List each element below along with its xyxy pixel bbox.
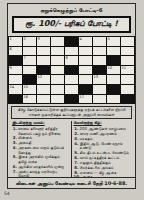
grid-cell: [107, 75, 120, 84]
instruction-box: கீழே கொடுக்கப்பட்டுள்ள குறிப்புகளுக்கு ஏ…: [11, 106, 132, 119]
grid-cell: [37, 56, 50, 65]
clue-number: 7: [24, 56, 26, 60]
down-clue-list: 1.200 ஆண்டுகள் வாழ்பவை2.வைர மணி ஆபரணம்3.…: [74, 127, 132, 177]
black-cell: [107, 85, 120, 94]
grid-cell: 2: [23, 37, 36, 46]
grid-cell: [65, 47, 78, 56]
grid-cell: 10: [107, 66, 120, 75]
black-cell: [93, 66, 106, 75]
grid-cell: [65, 85, 78, 94]
page-number: 54: [4, 191, 10, 196]
clue-number: 5: [108, 37, 110, 41]
grid-cell: [93, 56, 106, 65]
instruction-line-2: எங்கள் முகவரிக்குக் கூப்பனுடன் அனுப்பி வ…: [14, 113, 129, 118]
black-cell: [65, 37, 78, 46]
clue-number: 4: [80, 37, 82, 41]
clue-number: 10: [108, 66, 113, 70]
black-cell: [9, 56, 22, 65]
clue-number: 6: [10, 47, 12, 51]
grid-cell: [79, 56, 92, 65]
black-cell: [37, 66, 50, 75]
across-clues-column: இடமிருந்து வலம்: 1.ஊமை கலைஞர் சரித்திர ச…: [11, 121, 72, 177]
black-cell: [9, 95, 22, 104]
grid-cell: [37, 85, 50, 94]
clue-number: 14: [10, 85, 15, 89]
grid-cell: [93, 47, 106, 56]
clue-item-text: இசை அரங்கில் ஒலிக்கும் தமிழ் ஓசை: [18, 155, 69, 164]
grid-cell: [51, 37, 64, 46]
grid-cell: 14: [9, 85, 22, 94]
grid-cell: [79, 75, 92, 84]
grid-cell: [23, 66, 36, 75]
grid-cell: 8: [65, 56, 78, 65]
black-cell: [121, 95, 134, 104]
grid-cell: [65, 75, 78, 84]
grid-cell: 12: [37, 75, 50, 84]
grid-cell: 9: [9, 66, 22, 75]
grid-cell: 3: [37, 37, 50, 46]
grid-cell: [9, 75, 22, 84]
clue-number: 13: [94, 75, 99, 79]
clue-number: 8: [66, 56, 68, 60]
grid-cell: [51, 75, 64, 84]
clue-number: 1: [10, 37, 12, 41]
grid-cell: [93, 37, 106, 46]
grid-cell: [121, 37, 134, 46]
grid-cell: [107, 95, 120, 104]
grid-cell: 13: [93, 75, 106, 84]
clue-number: 15: [24, 85, 29, 89]
clue-number: 3: [38, 37, 40, 41]
grid-cell: [79, 66, 92, 75]
clue-number: 12: [38, 75, 43, 79]
grid-cell: [51, 95, 64, 104]
grid-cell: [121, 56, 134, 65]
grid-cell: [51, 66, 64, 75]
clue-item: 7.அன்பு கலந்த வரவேற்பு மொழி: [12, 170, 69, 177]
grid-cell: 6: [9, 47, 22, 56]
clue-number: 11: [122, 66, 127, 70]
black-cell: [79, 85, 92, 94]
grid-cell: 7: [23, 56, 36, 65]
puzzle-title: குறுக்கெழுத்துப் போட்டி-6: [8, 4, 135, 14]
clue-item: 5.இசை அரங்கில் ஒலிக்கும் தமிழ் ஓசை: [12, 155, 69, 164]
grid-cell: [51, 85, 64, 94]
grid-cell: [121, 85, 134, 94]
grid-cell: [107, 47, 120, 56]
grid-cell: 4: [79, 37, 92, 46]
clue-number: 16: [24, 95, 29, 99]
grid-cell: [93, 95, 106, 104]
grid-cell: 17: [79, 95, 92, 104]
black-cell: [65, 66, 78, 75]
clue-number: 2: [24, 37, 26, 41]
grid-cell: 16: [23, 95, 36, 104]
black-cell: [23, 75, 36, 84]
grid-cell: 1: [9, 37, 22, 46]
grid-cell: [37, 95, 50, 104]
grid-cell: [37, 47, 50, 56]
prize-banner: ரூ. 100/- பரிசுப் போட்டி !: [12, 16, 131, 33]
clue-number: 17: [80, 95, 85, 99]
down-clues-column: மேலிருந்து கீழ்: 1.200 ஆண்டுகள் வாழ்பவை2…: [72, 121, 133, 177]
clue-number: 9: [10, 66, 12, 70]
grid-cell: [79, 47, 92, 56]
grid-cell: [121, 47, 134, 56]
grid-cell: [121, 75, 134, 84]
clue-item-text: அன்பு கலந்த வரவேற்பு மொழி: [18, 170, 69, 177]
grid-cell: [23, 47, 36, 56]
grid-cell: [51, 56, 64, 65]
black-cell: [65, 95, 78, 104]
grid-cell: 5: [107, 37, 120, 46]
black-cell: [107, 56, 120, 65]
clue-columns: இடமிருந்து வலம்: 1.ஊமை கலைஞர் சரித்திர ச…: [11, 121, 132, 177]
grid-cell: 11: [121, 66, 134, 75]
magazine-page-frame: குறுக்கெழுத்துப் போட்டி-6 ரூ. 100/- பரிச…: [7, 3, 136, 189]
crossword-grid-border: 1234567891011121314151617: [8, 36, 135, 104]
grid-cell: [51, 47, 64, 56]
grid-cell: [93, 85, 106, 94]
deadline-text: விடைகள் அனுப்ப வேண்டிய கடைசி தேதி 10-6-8…: [8, 177, 135, 188]
grid-cell: 15: [23, 85, 36, 94]
across-clue-list: 1.ஊமை கலைஞர் சரித்திர சேவைப் புகழ் நம் ந…: [12, 127, 69, 177]
crossword-grid: 1234567891011121314151617: [9, 37, 134, 103]
